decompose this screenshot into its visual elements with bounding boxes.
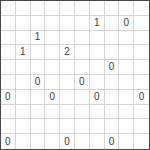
cell-r1c9[interactable]	[134, 16, 149, 31]
cell-r1c1[interactable]	[16, 16, 31, 31]
cell-r0c7[interactable]	[105, 1, 120, 16]
cell-r5c7[interactable]	[105, 75, 120, 90]
cell-r7c8[interactable]	[119, 105, 134, 120]
cell-r4c7-clue-0[interactable]: 0	[105, 60, 120, 75]
cell-r9c2[interactable]	[31, 134, 46, 149]
cell-r4c9[interactable]	[134, 60, 149, 75]
cell-r8c4[interactable]	[60, 119, 75, 134]
cell-r9c0-clue-0[interactable]: 0	[1, 134, 16, 149]
cell-r2c1[interactable]	[16, 31, 31, 46]
cell-r4c2[interactable]	[31, 60, 46, 75]
cell-r7c7[interactable]	[105, 105, 120, 120]
cell-r9c8[interactable]	[119, 134, 134, 149]
cell-r0c1[interactable]	[16, 1, 31, 16]
cell-r4c5[interactable]	[75, 60, 90, 75]
cell-r9c9[interactable]	[134, 134, 149, 149]
cell-r9c1[interactable]	[16, 134, 31, 149]
cell-r6c8[interactable]	[119, 90, 134, 105]
cell-r5c4[interactable]	[60, 75, 75, 90]
cell-r6c2[interactable]	[31, 90, 46, 105]
cell-r3c7[interactable]	[105, 45, 120, 60]
cell-r6c0-clue-0[interactable]: 0	[1, 90, 16, 105]
cell-r0c4[interactable]	[60, 1, 75, 16]
cell-r3c1-clue-1[interactable]: 1	[16, 45, 31, 60]
cell-r5c8[interactable]	[119, 75, 134, 90]
cell-r1c2[interactable]	[31, 16, 46, 31]
cell-r2c0[interactable]	[1, 31, 16, 46]
cell-r3c6[interactable]	[90, 45, 105, 60]
cell-r7c0[interactable]	[1, 105, 16, 120]
cell-r7c2[interactable]	[31, 105, 46, 120]
cell-r8c0[interactable]	[1, 119, 16, 134]
cell-r6c4[interactable]	[60, 90, 75, 105]
cell-r2c7[interactable]	[105, 31, 120, 46]
cell-r7c4[interactable]	[60, 105, 75, 120]
cell-r7c5[interactable]	[75, 105, 90, 120]
cell-r8c5[interactable]	[75, 119, 90, 134]
cell-r6c3-clue-0[interactable]: 0	[45, 90, 60, 105]
cell-r8c8[interactable]	[119, 119, 134, 134]
cell-r4c6[interactable]	[90, 60, 105, 75]
cell-r2c4[interactable]	[60, 31, 75, 46]
cell-r1c3[interactable]	[45, 16, 60, 31]
cell-r6c7[interactable]	[105, 90, 120, 105]
cell-r9c6[interactable]	[90, 134, 105, 149]
cell-r3c5[interactable]	[75, 45, 90, 60]
cell-r5c6[interactable]	[90, 75, 105, 90]
cell-r9c4-clue-0[interactable]: 0	[60, 134, 75, 149]
cell-r8c6[interactable]	[90, 119, 105, 134]
cell-r1c4[interactable]	[60, 16, 75, 31]
cell-r2c3[interactable]	[45, 31, 60, 46]
cell-r4c8[interactable]	[119, 60, 134, 75]
cell-r2c2-clue-1[interactable]: 1	[31, 31, 46, 46]
cell-r0c0[interactable]	[1, 1, 16, 16]
cell-r1c5[interactable]	[75, 16, 90, 31]
cell-r2c6[interactable]	[90, 31, 105, 46]
cell-r0c9[interactable]	[134, 1, 149, 16]
cell-r9c5[interactable]	[75, 134, 90, 149]
cell-r1c6-clue-1[interactable]: 1	[90, 16, 105, 31]
cell-r2c9[interactable]	[134, 31, 149, 46]
cell-r0c3[interactable]	[45, 1, 60, 16]
cell-r1c8-clue-0[interactable]: 0	[119, 16, 134, 31]
cell-r1c0[interactable]	[1, 16, 16, 31]
cell-r4c3[interactable]	[45, 60, 60, 75]
cell-r5c5-clue-0[interactable]: 0	[75, 75, 90, 90]
cell-r6c5[interactable]	[75, 90, 90, 105]
puzzle-board: 101120000000000	[0, 0, 150, 150]
cell-r9c3[interactable]	[45, 134, 60, 149]
cell-r6c9-clue-0[interactable]: 0	[134, 90, 149, 105]
cell-r5c9[interactable]	[134, 75, 149, 90]
cell-r8c2[interactable]	[31, 119, 46, 134]
cell-r7c1[interactable]	[16, 105, 31, 120]
cell-r5c0[interactable]	[1, 75, 16, 90]
cell-r1c7[interactable]	[105, 16, 120, 31]
cell-r7c9[interactable]	[134, 105, 149, 120]
cell-r3c2[interactable]	[31, 45, 46, 60]
cell-r9c7-clue-0[interactable]: 0	[105, 134, 120, 149]
cell-r0c6[interactable]	[90, 1, 105, 16]
cell-r7c3[interactable]	[45, 105, 60, 120]
cell-r8c9[interactable]	[134, 119, 149, 134]
cell-r5c3[interactable]	[45, 75, 60, 90]
cell-r7c6[interactable]	[90, 105, 105, 120]
cell-r8c3[interactable]	[45, 119, 60, 134]
cell-r5c1[interactable]	[16, 75, 31, 90]
cell-r4c4[interactable]	[60, 60, 75, 75]
cell-r4c0[interactable]	[1, 60, 16, 75]
cell-r2c5[interactable]	[75, 31, 90, 46]
cell-r6c6-clue-0[interactable]: 0	[90, 90, 105, 105]
cell-r8c1[interactable]	[16, 119, 31, 134]
cell-r3c0[interactable]	[1, 45, 16, 60]
cell-r4c1[interactable]	[16, 60, 31, 75]
cell-r0c8[interactable]	[119, 1, 134, 16]
cell-r0c2[interactable]	[31, 1, 46, 16]
cell-r3c3[interactable]	[45, 45, 60, 60]
cell-r3c8[interactable]	[119, 45, 134, 60]
cell-r8c7[interactable]	[105, 119, 120, 134]
cell-r5c2-clue-0[interactable]: 0	[31, 75, 46, 90]
cell-r3c9[interactable]	[134, 45, 149, 60]
cell-r6c1[interactable]	[16, 90, 31, 105]
cell-r0c5[interactable]	[75, 1, 90, 16]
cell-r2c8[interactable]	[119, 31, 134, 46]
cell-r3c4-clue-2[interactable]: 2	[60, 45, 75, 60]
